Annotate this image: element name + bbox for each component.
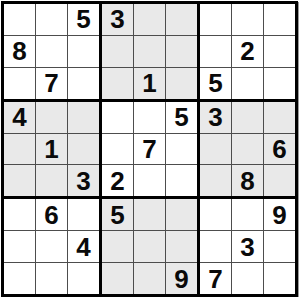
cell-r6c7[interactable]	[200, 165, 231, 196]
cell-r8c9[interactable]	[264, 231, 295, 262]
cell-r6c4[interactable]: 2	[102, 165, 133, 196]
cell-r5c3[interactable]	[68, 134, 99, 165]
cell-r7c6[interactable]	[166, 199, 197, 230]
cell-r6c5[interactable]	[134, 165, 165, 196]
cell-r8c4[interactable]	[102, 231, 133, 262]
cell-r4c3[interactable]	[68, 102, 99, 133]
cell-r7c3[interactable]	[68, 199, 99, 230]
cell-r4c4[interactable]	[102, 102, 133, 133]
cell-r4c2[interactable]	[36, 102, 67, 133]
cell-r3c1[interactable]	[4, 68, 35, 99]
cell-r2c5[interactable]	[134, 36, 165, 67]
cell-r5c8[interactable]	[232, 134, 263, 165]
cell-r2c2[interactable]	[36, 36, 67, 67]
cell-r1c6[interactable]	[166, 4, 197, 35]
cell-r8c8[interactable]: 3	[232, 231, 263, 262]
box-bottom-left: 64	[4, 199, 99, 294]
cell-r8c7[interactable]	[200, 231, 231, 262]
cell-r6c8[interactable]: 8	[232, 165, 263, 196]
cell-r3c2[interactable]: 7	[36, 68, 67, 99]
cell-r5c5[interactable]: 7	[134, 134, 165, 165]
cell-r2c1[interactable]: 8	[4, 36, 35, 67]
cell-r1c4[interactable]: 3	[102, 4, 133, 35]
cell-r2c7[interactable]	[200, 36, 231, 67]
cell-r9c2[interactable]	[36, 263, 67, 294]
cell-r7c5[interactable]	[134, 199, 165, 230]
box-top-right: 25	[200, 4, 295, 99]
cell-r2c4[interactable]	[102, 36, 133, 67]
cell-r3c6[interactable]	[166, 68, 197, 99]
cell-r3c5[interactable]: 1	[134, 68, 165, 99]
cell-r4c7[interactable]: 3	[200, 102, 231, 133]
cell-r2c6[interactable]	[166, 36, 197, 67]
cell-r8c6[interactable]	[166, 231, 197, 262]
cell-r9c6[interactable]: 9	[166, 263, 197, 294]
cell-r6c3[interactable]: 3	[68, 165, 99, 196]
cell-r2c8[interactable]: 2	[232, 36, 263, 67]
box-middle-right: 368	[200, 102, 295, 197]
cell-r1c8[interactable]	[232, 4, 263, 35]
cell-r5c7[interactable]	[200, 134, 231, 165]
box-bottom-right: 937	[200, 199, 295, 294]
cell-r7c7[interactable]	[200, 199, 231, 230]
cell-r4c1[interactable]: 4	[4, 102, 35, 133]
sudoku-board: 58731254135723686459937	[1, 1, 298, 297]
cell-r8c1[interactable]	[4, 231, 35, 262]
cell-r7c8[interactable]	[232, 199, 263, 230]
cell-r3c7[interactable]: 5	[200, 68, 231, 99]
cell-r9c3[interactable]	[68, 263, 99, 294]
cell-r7c1[interactable]	[4, 199, 35, 230]
cell-r1c3[interactable]: 5	[68, 4, 99, 35]
cell-r5c4[interactable]	[102, 134, 133, 165]
cell-r3c9[interactable]	[264, 68, 295, 99]
cell-r5c1[interactable]	[4, 134, 35, 165]
cell-r5c2[interactable]: 1	[36, 134, 67, 165]
cell-r3c3[interactable]	[68, 68, 99, 99]
cell-r4c5[interactable]	[134, 102, 165, 133]
cell-r8c5[interactable]	[134, 231, 165, 262]
cell-r3c4[interactable]	[102, 68, 133, 99]
cell-r1c5[interactable]	[134, 4, 165, 35]
cell-r8c3[interactable]: 4	[68, 231, 99, 262]
cell-r3c8[interactable]	[232, 68, 263, 99]
cell-r4c8[interactable]	[232, 102, 263, 133]
cell-r6c9[interactable]	[264, 165, 295, 196]
cell-r7c4[interactable]: 5	[102, 199, 133, 230]
cell-r8c2[interactable]	[36, 231, 67, 262]
cell-r9c8[interactable]	[232, 263, 263, 294]
cell-r9c7[interactable]: 7	[200, 263, 231, 294]
cell-r1c1[interactable]	[4, 4, 35, 35]
box-middle-left: 413	[4, 102, 99, 197]
cell-r9c9[interactable]	[264, 263, 295, 294]
cell-r5c6[interactable]	[166, 134, 197, 165]
cell-r2c3[interactable]	[68, 36, 99, 67]
cell-r1c2[interactable]	[36, 4, 67, 35]
box-top-center: 31	[102, 4, 197, 99]
cell-r1c9[interactable]	[264, 4, 295, 35]
cell-r4c9[interactable]	[264, 102, 295, 133]
cell-r5c9[interactable]: 6	[264, 134, 295, 165]
cell-r9c4[interactable]	[102, 263, 133, 294]
box-middle-center: 572	[102, 102, 197, 197]
box-top-left: 587	[4, 4, 99, 99]
box-bottom-center: 59	[102, 199, 197, 294]
cell-r1c7[interactable]	[200, 4, 231, 35]
cell-r7c2[interactable]: 6	[36, 199, 67, 230]
cell-r2c9[interactable]	[264, 36, 295, 67]
cell-r7c9[interactable]: 9	[264, 199, 295, 230]
cell-r4c6[interactable]: 5	[166, 102, 197, 133]
cell-r9c5[interactable]	[134, 263, 165, 294]
cell-r6c2[interactable]	[36, 165, 67, 196]
cell-r6c6[interactable]	[166, 165, 197, 196]
cell-r6c1[interactable]	[4, 165, 35, 196]
cell-r9c1[interactable]	[4, 263, 35, 294]
